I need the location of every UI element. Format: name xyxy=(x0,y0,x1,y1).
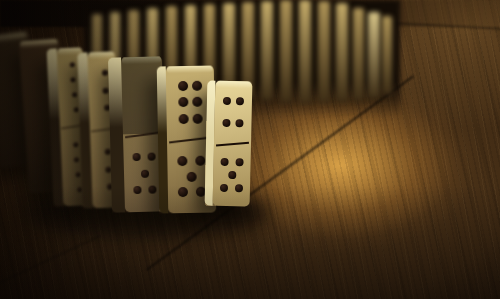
domino-pip xyxy=(71,77,76,82)
domino-pip xyxy=(236,97,244,105)
domino-pip xyxy=(178,187,188,197)
domino-pip xyxy=(132,153,140,161)
domino-pip xyxy=(223,96,231,104)
background-domino xyxy=(318,1,330,102)
domino-pip xyxy=(236,119,244,127)
background-domino xyxy=(336,3,348,101)
domino-pip xyxy=(73,142,78,147)
domino-pip xyxy=(220,184,228,192)
domino-rally-photo xyxy=(0,0,500,299)
domino-pip xyxy=(133,186,141,194)
background-domino xyxy=(299,0,311,103)
domino-face xyxy=(213,81,253,207)
domino-pip xyxy=(102,70,108,76)
domino-pip xyxy=(228,171,236,179)
domino-pip xyxy=(234,184,242,192)
domino-pip xyxy=(187,172,197,182)
domino-pip xyxy=(140,169,148,177)
domino-pip xyxy=(178,81,188,91)
domino-pip xyxy=(192,80,202,90)
background-domino xyxy=(280,0,292,102)
domino-half-top xyxy=(214,81,252,143)
background-domino xyxy=(368,12,380,98)
background-domino xyxy=(382,16,392,94)
domino-pip xyxy=(195,156,205,166)
domino-pip xyxy=(72,92,77,97)
domino-pip xyxy=(148,153,156,161)
background-domino xyxy=(261,1,273,100)
domino-top-highlight xyxy=(20,39,59,49)
domino-pip xyxy=(221,158,229,166)
domino-pip xyxy=(73,107,78,112)
domino-half-bottom xyxy=(213,144,251,206)
domino-pip xyxy=(235,158,243,166)
background-domino xyxy=(353,8,364,100)
domino-pip xyxy=(149,186,157,194)
domino-pip xyxy=(75,172,80,177)
domino-front-four-five xyxy=(205,81,253,207)
domino-pip xyxy=(222,119,230,127)
domino-pip xyxy=(178,97,188,107)
domino-pip xyxy=(177,156,187,166)
domino-pip xyxy=(74,157,79,162)
domino-pip xyxy=(69,62,74,67)
domino-pip xyxy=(193,113,203,123)
domino-pip xyxy=(193,97,203,107)
domino-pip xyxy=(178,114,188,124)
